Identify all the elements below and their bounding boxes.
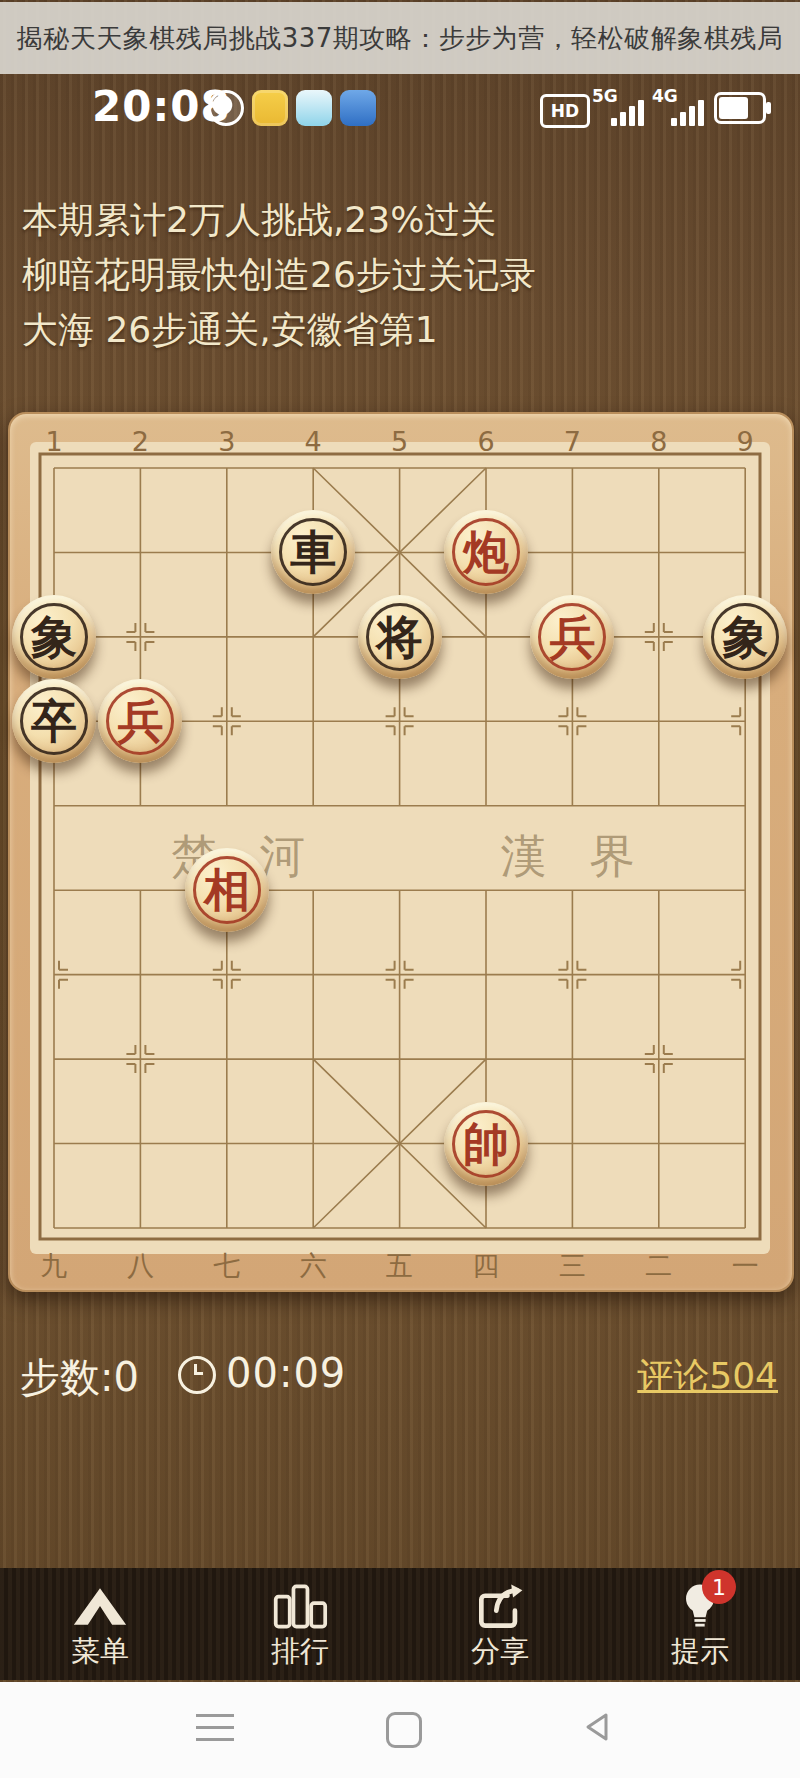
- timer-value: 00:09: [226, 1350, 346, 1396]
- piece-black-general[interactable]: 将: [358, 595, 442, 679]
- nav-ranking-button[interactable]: 排行: [220, 1568, 380, 1680]
- app-screen: 揭秘天天象棋残局挑战337期攻略：步步为营，轻松破解象棋残局 20:08 HD …: [0, 0, 800, 1778]
- recents-button[interactable]: [196, 1714, 234, 1742]
- column-label-bottom: 九: [24, 1248, 84, 1284]
- game-info-bar: 步数:0 00:09 评论504: [0, 1344, 800, 1400]
- nav-hint-button[interactable]: 1 提示: [620, 1568, 780, 1680]
- volte-hd-icon: HD: [540, 94, 590, 128]
- stats-line-2: 柳暗花明最快创造26步过关记录: [22, 247, 536, 302]
- nav-menu-button[interactable]: 菜单: [20, 1568, 180, 1680]
- hint-badge: 1: [702, 1570, 736, 1604]
- back-button[interactable]: [582, 1712, 612, 1746]
- column-label-top: 6: [456, 426, 516, 457]
- hint-lightbulb-icon: 1: [672, 1580, 728, 1632]
- column-label-top: 3: [197, 426, 257, 457]
- wechat-notification-icon: [208, 90, 244, 126]
- column-label-bottom: 五: [370, 1248, 430, 1284]
- bottom-nav-bar: 菜单 排行 分享: [0, 1568, 800, 1680]
- system-nav-bar: [0, 1682, 800, 1778]
- column-label-top: 5: [370, 426, 430, 457]
- stats-line-3: 大海 26步通关,安徽省第1: [22, 302, 536, 357]
- nav-share-button[interactable]: 分享: [420, 1568, 580, 1680]
- page-title-band: 揭秘天天象棋残局挑战337期攻略：步步为营，轻松破解象棋残局: [0, 2, 800, 74]
- column-label-bottom: 二: [629, 1248, 689, 1284]
- home-button[interactable]: [386, 1712, 422, 1748]
- xiangqi-board[interactable]: 楚 河 漢 界: [0, 410, 800, 1292]
- nav-menu-label: 菜单: [71, 1632, 129, 1672]
- column-label-top: 1: [24, 426, 84, 457]
- nav-ranking-label: 排行: [271, 1632, 329, 1672]
- piece-black-soldier[interactable]: 卒: [12, 679, 96, 763]
- status-bar: 20:08 HD 5G 4G: [0, 76, 800, 138]
- piece-red-elephant[interactable]: 相: [185, 848, 269, 932]
- nav-share-label: 分享: [471, 1632, 529, 1672]
- app-notification-icon-cyan: [296, 90, 332, 126]
- piece-black-elephant[interactable]: 象: [12, 595, 96, 679]
- column-label-top: 8: [629, 426, 689, 457]
- column-label-top: 7: [542, 426, 602, 457]
- column-label-bottom: 六: [283, 1248, 343, 1284]
- challenge-stats: 本期累计2万人挑战,23%过关 柳暗花明最快创造26步过关记录 大海 26步通关…: [22, 192, 536, 357]
- column-label-bottom: 七: [197, 1248, 257, 1284]
- page-title: 揭秘天天象棋残局挑战337期攻略：步步为营，轻松破解象棋残局: [17, 21, 784, 56]
- piece-black-elephant[interactable]: 象: [703, 595, 787, 679]
- column-label-top: 9: [715, 426, 775, 457]
- timer-icon: [178, 1356, 216, 1394]
- ranking-barchart-icon: [272, 1580, 328, 1632]
- piece-red-cannon[interactable]: 炮: [444, 510, 528, 594]
- river-text-right: 漢 界: [501, 829, 650, 883]
- signal-5g-icon: 5G: [592, 88, 644, 128]
- column-label-bottom: 一: [715, 1248, 775, 1284]
- stats-line-1: 本期累计2万人挑战,23%过关: [22, 192, 536, 247]
- move-counter: 步数:0: [20, 1350, 139, 1405]
- column-label-bottom: 四: [456, 1248, 516, 1284]
- piece-red-general[interactable]: 帥: [444, 1102, 528, 1186]
- app-notification-icon-blue: [340, 90, 376, 126]
- share-icon: [472, 1580, 528, 1632]
- battery-icon: [714, 92, 766, 124]
- nav-hint-label: 提示: [671, 1632, 729, 1672]
- signal-4g-icon: 4G: [652, 88, 704, 128]
- column-label-top: 2: [110, 426, 170, 457]
- menu-mountain-icon: [72, 1580, 128, 1632]
- column-label-top: 4: [283, 426, 343, 457]
- column-label-bottom: 八: [110, 1248, 170, 1284]
- piece-red-soldier[interactable]: 兵: [530, 595, 614, 679]
- column-label-bottom: 三: [542, 1248, 602, 1284]
- app-notification-icon-yellow: [252, 90, 288, 126]
- comments-link[interactable]: 评论504: [637, 1352, 778, 1401]
